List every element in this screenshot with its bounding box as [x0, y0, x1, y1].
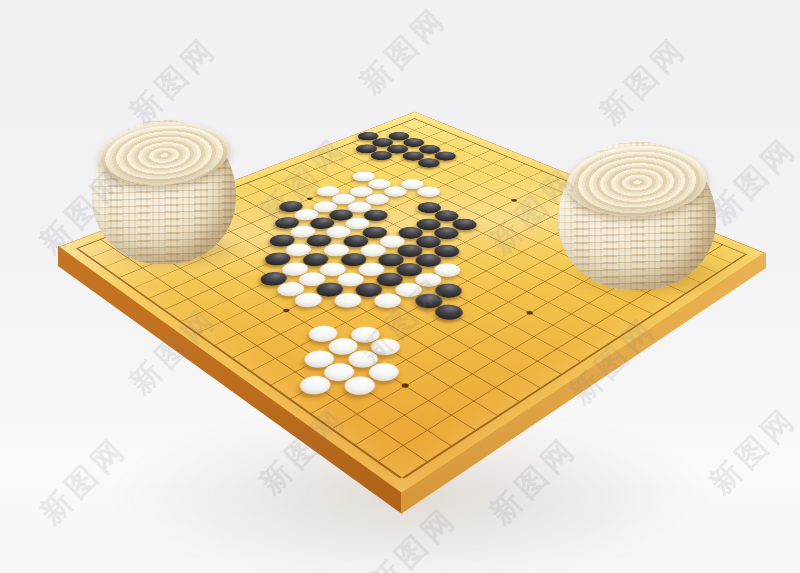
watermark-text: 新图网: [121, 28, 226, 133]
watermark-text: 新图网: [591, 28, 696, 133]
watermark-text: 新图网: [701, 128, 800, 233]
watermark-text: 新图网: [351, 0, 456, 103]
photo-canvas: 新图网 新图网 新图网 新图网 新图网 新图网 新图网 新图网 新图网 新图网 …: [0, 0, 800, 573]
stone-bowl-left: [92, 120, 236, 264]
stone-bowl-right: [558, 142, 716, 290]
